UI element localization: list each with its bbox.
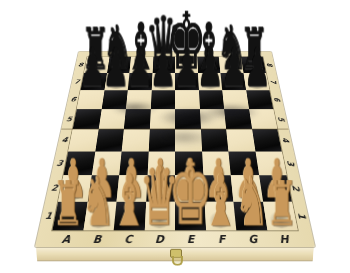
file-label: F <box>206 233 238 246</box>
rank-label: 4 <box>271 135 299 145</box>
file-label: E <box>175 233 206 246</box>
file-label: B <box>81 233 114 246</box>
piece-white-knight[interactable]: ♞ <box>235 175 269 229</box>
chess-set-photo: ♜♞♝♛♚♝♞♜♟♟♟♟♟♟♟♟♟♟♟♟♟♟♟♟♜♞♝♛♚♝♞♜ 8 7 6 5… <box>0 0 350 273</box>
square-a5[interactable] <box>73 109 102 129</box>
square-g1[interactable]: ♞ <box>233 201 267 230</box>
rank-label: 2 <box>280 182 311 194</box>
latch-loop <box>172 256 183 266</box>
rank-label: 6 <box>264 95 290 103</box>
rank-label: 8 <box>257 61 281 68</box>
file-label: D <box>144 233 175 246</box>
file-labels: A B C D E F G H <box>49 231 301 247</box>
piece-white-bishop[interactable]: ♝ <box>203 172 238 230</box>
piece-black-pawn[interactable]: ♟ <box>103 47 130 90</box>
square-a6[interactable] <box>77 90 104 109</box>
rank-label: 5 <box>267 114 294 123</box>
square-c7[interactable]: ♟ <box>128 73 152 90</box>
piece-black-pawn[interactable]: ♟ <box>150 47 177 90</box>
file-label: C <box>112 233 144 246</box>
board-fold-seam <box>61 129 289 130</box>
piece-black-pawn[interactable]: ♟ <box>197 47 224 90</box>
piece-white-rook[interactable]: ♜ <box>53 180 84 230</box>
square-g7[interactable]: ♟ <box>220 73 245 90</box>
board-front-edge <box>36 247 314 261</box>
board-perspective: ♜♞♝♛♚♝♞♜♟♟♟♟♟♟♟♟♟♟♟♟♟♟♟♟♜♞♝♛♚♝♞♜ 8 7 6 5… <box>35 0 315 247</box>
square-e6[interactable] <box>175 90 200 109</box>
file-label: H <box>267 233 300 246</box>
square-a1[interactable]: ♜ <box>52 201 87 230</box>
file-label: A <box>49 233 82 246</box>
square-d1[interactable]: ♛ <box>144 201 175 230</box>
piece-white-queen[interactable]: ♛ <box>140 164 180 229</box>
square-f7[interactable]: ♟ <box>198 73 222 90</box>
square-e7[interactable]: ♟ <box>175 73 199 90</box>
square-d7[interactable]: ♟ <box>151 73 175 90</box>
chess-board: ♜♞♝♛♚♝♞♜♟♟♟♟♟♟♟♟♟♟♟♟♟♟♟♟♜♞♝♛♚♝♞♜ 8 7 6 5… <box>35 52 315 247</box>
rank-label: 7 <box>261 78 286 86</box>
rank-label: 3 <box>276 158 306 169</box>
square-e1[interactable]: ♚ <box>175 201 206 230</box>
piece-reflection <box>203 103 261 120</box>
square-f1[interactable]: ♝ <box>204 201 236 230</box>
piece-white-knight[interactable]: ♞ <box>82 175 116 229</box>
file-label: G <box>237 233 270 246</box>
rank-label: 1 <box>285 209 318 222</box>
